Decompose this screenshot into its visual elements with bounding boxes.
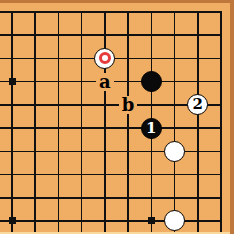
grid-line-v — [11, 11, 13, 232]
grid-line-v — [58, 11, 60, 232]
grid-line-v — [81, 11, 83, 232]
grid-line-h — [0, 34, 222, 36]
star-point — [9, 217, 16, 224]
grid-line-h — [0, 11, 222, 13]
stone-white — [164, 210, 185, 231]
grid-line-h — [0, 127, 222, 129]
grid-line-v — [104, 11, 106, 232]
grid-line-h — [0, 197, 222, 199]
stone-white — [164, 141, 185, 162]
letter-text: a — [99, 73, 111, 91]
stone-white — [94, 48, 115, 69]
grid-line-h — [0, 151, 222, 153]
stone-black — [141, 71, 162, 92]
stone-black: 1 — [141, 118, 162, 139]
grid-line-v — [174, 11, 176, 232]
move-number: 1 — [146, 120, 156, 135]
grid-line-v — [220, 11, 222, 232]
letter-text: b — [122, 96, 135, 114]
star-point — [9, 78, 16, 85]
grid-line-h — [0, 174, 222, 176]
letter-label-a: a — [96, 73, 114, 91]
grid-line-v — [127, 11, 129, 232]
circle-marker-icon — [99, 52, 111, 64]
grid-line-v — [34, 11, 36, 232]
grid-line-v — [197, 11, 199, 232]
stone-white: 2 — [187, 94, 208, 115]
move-number: 2 — [193, 97, 203, 112]
star-point — [148, 217, 155, 224]
grid-line-h — [0, 220, 222, 222]
go-board: ab21 — [0, 0, 234, 234]
letter-label-b: b — [119, 96, 137, 114]
